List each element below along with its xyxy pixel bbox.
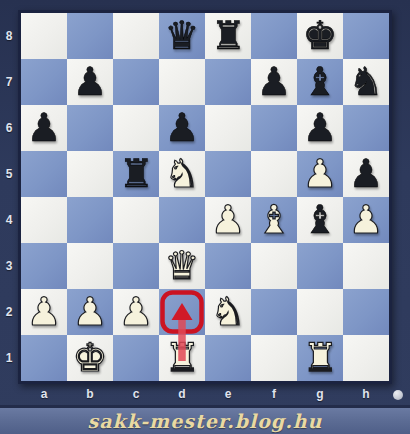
- square-g3[interactable]: [297, 243, 343, 289]
- square-f2[interactable]: [251, 289, 297, 335]
- piece-black-knight-h7: ♞: [343, 59, 389, 105]
- square-b3[interactable]: [67, 243, 113, 289]
- file-label-a: a: [21, 386, 67, 402]
- square-g7[interactable]: ♝: [297, 59, 343, 105]
- watermark-text: sakk-mester.blog.hu: [88, 410, 323, 432]
- square-b5[interactable]: [67, 151, 113, 197]
- piece-black-king-g8: ♚: [297, 13, 343, 59]
- square-c7[interactable]: [113, 59, 159, 105]
- rank-label-2: 2: [0, 289, 18, 335]
- square-b1[interactable]: ♚: [67, 335, 113, 381]
- piece-black-pawn-d6: ♟︎: [159, 105, 205, 151]
- square-g2[interactable]: [297, 289, 343, 335]
- file-label-b: b: [67, 386, 113, 402]
- square-b2[interactable]: ♟︎: [67, 289, 113, 335]
- square-e5[interactable]: [205, 151, 251, 197]
- square-h8[interactable]: [343, 13, 389, 59]
- square-c8[interactable]: [113, 13, 159, 59]
- square-g4[interactable]: ♝: [297, 197, 343, 243]
- square-c4[interactable]: [113, 197, 159, 243]
- piece-white-pawn-h4: ♟︎: [343, 197, 389, 243]
- page: 87654321 ♛♜♚♟︎♟︎♝♞♟︎♟︎♟︎♜♞♟︎♟︎♟︎♝♝♟︎♛♟︎♟…: [0, 0, 410, 434]
- square-a4[interactable]: [21, 197, 67, 243]
- square-d4[interactable]: [159, 197, 205, 243]
- square-h6[interactable]: [343, 105, 389, 151]
- piece-white-pawn-e4: ♟︎: [205, 197, 251, 243]
- square-b8[interactable]: [67, 13, 113, 59]
- square-a8[interactable]: [21, 13, 67, 59]
- square-a5[interactable]: [21, 151, 67, 197]
- square-d3[interactable]: ♛: [159, 243, 205, 289]
- square-e2[interactable]: ♞: [205, 289, 251, 335]
- square-h4[interactable]: ♟︎: [343, 197, 389, 243]
- square-c5[interactable]: ♜: [113, 151, 159, 197]
- square-e8[interactable]: ♜: [205, 13, 251, 59]
- square-d1[interactable]: ♜: [159, 335, 205, 381]
- square-d5[interactable]: ♞: [159, 151, 205, 197]
- piece-white-knight-e2: ♞: [205, 289, 251, 335]
- piece-white-bishop-f4: ♝: [251, 197, 297, 243]
- file-label-g: g: [297, 386, 343, 402]
- piece-white-pawn-g5: ♟︎: [297, 151, 343, 197]
- square-h2[interactable]: [343, 289, 389, 335]
- square-b7[interactable]: ♟︎: [67, 59, 113, 105]
- rank-label-6: 6: [0, 105, 18, 151]
- rank-label-5: 5: [0, 151, 18, 197]
- piece-white-knight-d5: ♞: [159, 151, 205, 197]
- file-label-f: f: [251, 386, 297, 402]
- square-g8[interactable]: ♚: [297, 13, 343, 59]
- corner-dot: [393, 390, 403, 400]
- rank-label-1: 1: [0, 335, 18, 381]
- file-labels: abcdefgh: [21, 386, 389, 402]
- piece-black-pawn-h5: ♟︎: [343, 151, 389, 197]
- square-a6[interactable]: ♟︎: [21, 105, 67, 151]
- piece-white-pawn-b2: ♟︎: [67, 289, 113, 335]
- square-f8[interactable]: [251, 13, 297, 59]
- square-c6[interactable]: [113, 105, 159, 151]
- caption-bar: sakk-mester.blog.hu: [0, 405, 410, 434]
- piece-white-rook-g1: ♜: [297, 335, 343, 381]
- square-c2[interactable]: ♟︎: [113, 289, 159, 335]
- square-e4[interactable]: ♟︎: [205, 197, 251, 243]
- square-b4[interactable]: [67, 197, 113, 243]
- square-h1[interactable]: [343, 335, 389, 381]
- square-h3[interactable]: [343, 243, 389, 289]
- square-d2[interactable]: [159, 289, 205, 335]
- rank-label-4: 4: [0, 197, 18, 243]
- square-b6[interactable]: [67, 105, 113, 151]
- piece-black-bishop-g7: ♝: [297, 59, 343, 105]
- square-h5[interactable]: ♟︎: [343, 151, 389, 197]
- piece-white-rook-d1: ♜: [159, 335, 205, 381]
- chess-board: ♛♜♚♟︎♟︎♝♞♟︎♟︎♟︎♜♞♟︎♟︎♟︎♝♝♟︎♛♟︎♟︎♟︎♞♚♜♜: [18, 10, 392, 384]
- rank-label-7: 7: [0, 59, 18, 105]
- square-g1[interactable]: ♜: [297, 335, 343, 381]
- board-grid: ♛♜♚♟︎♟︎♝♞♟︎♟︎♟︎♜♞♟︎♟︎♟︎♝♝♟︎♛♟︎♟︎♟︎♞♚♜♜: [21, 13, 389, 381]
- square-a1[interactable]: [21, 335, 67, 381]
- square-e1[interactable]: [205, 335, 251, 381]
- piece-white-pawn-a2: ♟︎: [21, 289, 67, 335]
- piece-black-pawn-g6: ♟︎: [297, 105, 343, 151]
- square-c1[interactable]: [113, 335, 159, 381]
- square-f1[interactable]: [251, 335, 297, 381]
- piece-white-queen-d3: ♛: [159, 243, 205, 289]
- piece-black-rook-c5: ♜: [113, 151, 159, 197]
- square-g5[interactable]: ♟︎: [297, 151, 343, 197]
- square-d7[interactable]: [159, 59, 205, 105]
- square-d6[interactable]: ♟︎: [159, 105, 205, 151]
- piece-black-pawn-a6: ♟︎: [21, 105, 67, 151]
- square-c3[interactable]: [113, 243, 159, 289]
- square-a7[interactable]: [21, 59, 67, 105]
- piece-black-pawn-b7: ♟︎: [67, 59, 113, 105]
- square-g6[interactable]: ♟︎: [297, 105, 343, 151]
- square-d8[interactable]: ♛: [159, 13, 205, 59]
- piece-white-pawn-c2: ♟︎: [113, 289, 159, 335]
- square-e6[interactable]: [205, 105, 251, 151]
- square-f7[interactable]: ♟︎: [251, 59, 297, 105]
- square-f4[interactable]: ♝: [251, 197, 297, 243]
- square-e7[interactable]: [205, 59, 251, 105]
- piece-white-king-b1: ♚: [67, 335, 113, 381]
- rank-label-8: 8: [0, 13, 18, 59]
- square-h7[interactable]: ♞: [343, 59, 389, 105]
- piece-black-queen-d8: ♛: [159, 13, 205, 59]
- file-label-c: c: [113, 386, 159, 402]
- file-label-e: e: [205, 386, 251, 402]
- square-f3[interactable]: [251, 243, 297, 289]
- piece-black-pawn-f7: ♟︎: [251, 59, 297, 105]
- file-label-d: d: [159, 386, 205, 402]
- square-a2[interactable]: ♟︎: [21, 289, 67, 335]
- piece-black-bishop-g4: ♝: [297, 197, 343, 243]
- rank-labels: 87654321: [0, 13, 18, 381]
- piece-black-rook-e8: ♜: [205, 13, 251, 59]
- square-f5[interactable]: [251, 151, 297, 197]
- rank-label-3: 3: [0, 243, 18, 289]
- square-e3[interactable]: [205, 243, 251, 289]
- square-f6[interactable]: [251, 105, 297, 151]
- square-a3[interactable]: [21, 243, 67, 289]
- file-label-h: h: [343, 386, 389, 402]
